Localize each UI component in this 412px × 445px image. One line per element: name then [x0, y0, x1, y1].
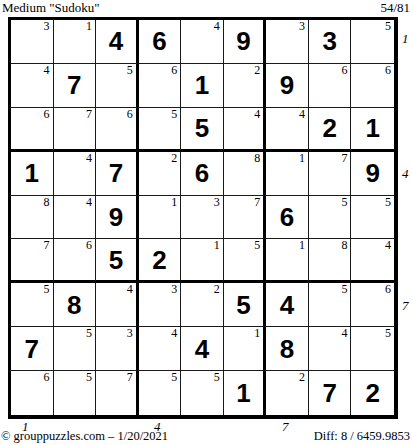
pencil-mark: 7 — [86, 108, 92, 122]
pencil-mark: 5 — [127, 64, 133, 78]
cell-r4c2[interactable]: 4 — [54, 152, 97, 196]
cell-r1c7[interactable]: 3 — [266, 20, 309, 64]
pencil-mark: 3 — [44, 20, 50, 34]
cell-r4c6[interactable]: 8 — [224, 152, 267, 196]
pencil-mark: 6 — [341, 64, 347, 78]
cell-r1c8[interactable]: 3 — [309, 20, 352, 64]
cell-r1c5[interactable]: 4 — [181, 20, 224, 64]
cell-r9c8[interactable]: 7 — [309, 371, 352, 415]
pencil-mark: 5 — [44, 283, 50, 297]
solved-digit: 7 — [25, 336, 39, 362]
cell-r3c7[interactable]: 4 — [266, 108, 309, 152]
pencil-mark: 6 — [385, 64, 391, 78]
pencil-mark: 1 — [86, 20, 92, 34]
cell-r4c8[interactable]: 7 — [309, 152, 352, 196]
cell-r5c8[interactable]: 5 — [309, 196, 352, 240]
col-marker-7: 7 — [282, 419, 289, 435]
solved-digit: 2 — [152, 247, 166, 273]
cell-r7c7[interactable]: 4 — [266, 283, 309, 327]
difficulty-text: Diff: 8 / 6459.9853 — [314, 429, 410, 444]
cell-r6c2[interactable]: 6 — [54, 239, 97, 283]
pencil-mark: 6 — [127, 108, 133, 122]
cell-r6c7[interactable]: 1 — [266, 239, 309, 283]
solved-digit: 8 — [67, 292, 81, 318]
pencil-mark: 4 — [127, 283, 133, 297]
cell-r8c9[interactable]: 5 — [351, 327, 394, 371]
pencil-mark: 7 — [254, 196, 260, 210]
pencil-mark: 6 — [44, 371, 50, 385]
pencil-mark: 5 — [341, 196, 347, 210]
solved-digit: 7 — [67, 72, 81, 98]
cell-r6c8[interactable]: 8 — [309, 239, 352, 283]
cell-r1c4[interactable]: 6 — [139, 20, 182, 64]
pencil-mark: 6 — [171, 64, 177, 78]
cell-r5c1[interactable]: 8 — [11, 196, 54, 240]
cell-r7c1[interactable]: 5 — [11, 283, 54, 327]
pencil-mark: 5 — [86, 327, 92, 341]
cell-r3c9[interactable]: 1 — [351, 108, 394, 152]
pencil-mark: 6 — [86, 239, 92, 253]
solved-digit: 1 — [236, 380, 250, 406]
cell-r7c2[interactable]: 8 — [54, 283, 97, 327]
row-marker-7: 7 — [402, 298, 412, 314]
sudoku-board: 3146493354756129666765544211472681798491… — [8, 17, 398, 419]
sudoku-page: Medium "Sudoku" 54/81 314649335475612966… — [0, 0, 412, 445]
solved-digit: 2 — [365, 380, 379, 406]
pencil-mark: 6 — [44, 108, 50, 122]
copyright-text: © grouppuzzles.com – 1/20/2021 — [1, 429, 168, 444]
pencil-mark: 5 — [171, 371, 177, 385]
cell-r9c7[interactable]: 2 — [266, 371, 309, 415]
solved-digit: 9 — [365, 160, 379, 186]
pencil-mark: 5 — [385, 327, 391, 341]
cell-r6c5[interactable]: 1 — [181, 239, 224, 283]
solved-digit: 9 — [280, 72, 294, 98]
solved-digit: 5 — [195, 115, 209, 141]
cell-r7c5[interactable]: 2 — [181, 283, 224, 327]
pencil-mark: 5 — [254, 239, 260, 253]
cell-r9c5[interactable]: 5 — [181, 371, 224, 415]
pencil-mark: 8 — [341, 239, 347, 253]
cell-r2c2[interactable]: 7 — [54, 64, 97, 108]
cell-r6c1[interactable]: 7 — [11, 239, 54, 283]
row-marker-4: 4 — [402, 166, 412, 182]
cell-r3c1[interactable]: 6 — [11, 108, 54, 152]
cell-r4c7[interactable]: 1 — [266, 152, 309, 196]
cell-r4c3[interactable]: 7 — [96, 152, 139, 196]
solved-digit: 1 — [25, 160, 39, 186]
solved-digit: 4 — [195, 336, 209, 362]
pencil-mark: 2 — [171, 152, 177, 166]
pencil-mark: 3 — [171, 283, 177, 297]
cell-r1c3[interactable]: 4 — [96, 20, 139, 64]
pencil-mark: 6 — [385, 283, 391, 297]
pencil-mark: 5 — [214, 371, 220, 385]
cell-r2c3[interactable]: 5 — [96, 64, 139, 108]
cell-r3c3[interactable]: 6 — [96, 108, 139, 152]
cell-r8c6[interactable]: 1 — [224, 327, 267, 371]
pencil-mark: 5 — [385, 20, 391, 34]
pencil-mark: 8 — [254, 152, 260, 166]
puzzle-title: Medium "Sudoku" — [2, 0, 100, 16]
pencil-mark: 5 — [385, 196, 391, 210]
cell-r3c6[interactable]: 4 — [224, 108, 267, 152]
cell-r9c1[interactable]: 6 — [11, 371, 54, 415]
cell-r5c3[interactable]: 9 — [96, 196, 139, 240]
cell-r8c4[interactable]: 4 — [139, 327, 182, 371]
pencil-mark: 1 — [299, 152, 305, 166]
pencil-mark: 2 — [214, 283, 220, 297]
solved-digit: 7 — [322, 380, 336, 406]
pencil-mark: 4 — [44, 64, 50, 78]
cell-r9c2[interactable]: 5 — [54, 371, 97, 415]
cell-r8c5[interactable]: 4 — [181, 327, 224, 371]
cell-r4c5[interactable]: 6 — [181, 152, 224, 196]
cell-r7c3[interactable]: 4 — [96, 283, 139, 327]
cell-r7c6[interactable]: 5 — [224, 283, 267, 327]
pencil-mark: 7 — [341, 152, 347, 166]
cell-r1c9[interactable]: 5 — [351, 20, 394, 64]
pencil-mark: 1 — [214, 239, 220, 253]
cell-r8c8[interactable]: 4 — [309, 327, 352, 371]
solved-digit: 9 — [109, 204, 123, 230]
pencil-mark: 4 — [86, 196, 92, 210]
cell-r2c8[interactable]: 6 — [309, 64, 352, 108]
pencil-mark: 4 — [254, 108, 260, 122]
cell-r5c5[interactable]: 3 — [181, 196, 224, 240]
cell-r5c7[interactable]: 6 — [266, 196, 309, 240]
solved-digit: 5 — [236, 292, 250, 318]
solved-digit: 8 — [280, 336, 294, 362]
cell-r6c9[interactable]: 4 — [351, 239, 394, 283]
solved-digit: 3 — [322, 28, 336, 54]
cell-r7c4[interactable]: 3 — [139, 283, 182, 327]
cell-r1c1[interactable]: 3 — [11, 20, 54, 64]
pencil-mark: 3 — [214, 196, 220, 210]
pencil-mark: 4 — [86, 152, 92, 166]
cell-r2c5[interactable]: 1 — [181, 64, 224, 108]
cells-remaining-counter: 54/81 — [380, 0, 410, 16]
cell-r9c9[interactable]: 2 — [351, 371, 394, 415]
solved-digit: 6 — [280, 204, 294, 230]
cell-r6c4[interactable]: 2 — [139, 239, 182, 283]
cell-r8c7[interactable]: 8 — [266, 327, 309, 371]
cell-r9c6[interactable]: 1 — [224, 371, 267, 415]
solved-digit: 4 — [280, 292, 294, 318]
cell-r3c2[interactable]: 7 — [54, 108, 97, 152]
pencil-mark: 1 — [171, 196, 177, 210]
cell-r4c9[interactable]: 9 — [351, 152, 394, 196]
cell-r3c4[interactable]: 5 — [139, 108, 182, 152]
solved-digit: 1 — [365, 115, 379, 141]
pencil-mark: 4 — [341, 327, 347, 341]
pencil-mark: 3 — [299, 20, 305, 34]
solved-digit: 1 — [195, 72, 209, 98]
cell-r6c6[interactable]: 5 — [224, 239, 267, 283]
pencil-mark: 5 — [341, 283, 347, 297]
pencil-mark: 2 — [254, 64, 260, 78]
cell-r1c6[interactable]: 9 — [224, 20, 267, 64]
cell-r1c2[interactable]: 1 — [54, 20, 97, 64]
cell-r5c2[interactable]: 4 — [54, 196, 97, 240]
cell-r7c8[interactable]: 5 — [309, 283, 352, 327]
row-marker-1: 1 — [402, 31, 412, 47]
cell-r2c7[interactable]: 9 — [266, 64, 309, 108]
pencil-mark: 4 — [299, 108, 305, 122]
solved-digit: 5 — [109, 247, 123, 273]
solved-digit: 6 — [195, 160, 209, 186]
pencil-mark: 7 — [127, 371, 133, 385]
pencil-mark: 7 — [44, 239, 50, 253]
cell-r5c6[interactable]: 7 — [224, 196, 267, 240]
cell-r3c5[interactable]: 5 — [181, 108, 224, 152]
pencil-mark: 4 — [214, 20, 220, 34]
cell-r3c8[interactable]: 2 — [309, 108, 352, 152]
cell-r4c4[interactable]: 2 — [139, 152, 182, 196]
cell-r2c9[interactable]: 6 — [351, 64, 394, 108]
pencil-mark: 5 — [171, 108, 177, 122]
solved-digit: 4 — [109, 28, 123, 54]
cell-r8c1[interactable]: 7 — [11, 327, 54, 371]
solved-digit: 9 — [236, 28, 250, 54]
pencil-mark: 8 — [44, 196, 50, 210]
cell-r9c4[interactable]: 5 — [139, 371, 182, 415]
solved-digit: 2 — [322, 115, 336, 141]
pencil-mark: 3 — [127, 327, 133, 341]
cell-r5c4[interactable]: 1 — [139, 196, 182, 240]
pencil-mark: 4 — [385, 239, 391, 253]
cell-r6c3[interactable]: 5 — [96, 239, 139, 283]
pencil-mark: 1 — [254, 327, 260, 341]
pencil-mark: 4 — [171, 327, 177, 341]
cell-r8c3[interactable]: 3 — [96, 327, 139, 371]
pencil-mark: 2 — [299, 371, 305, 385]
cell-r5c9[interactable]: 5 — [351, 196, 394, 240]
cell-r8c2[interactable]: 5 — [54, 327, 97, 371]
cell-r2c6[interactable]: 2 — [224, 64, 267, 108]
cell-r2c1[interactable]: 4 — [11, 64, 54, 108]
solved-digit: 6 — [152, 28, 166, 54]
solved-digit: 7 — [109, 160, 123, 186]
cell-r4c1[interactable]: 1 — [11, 152, 54, 196]
cell-r9c3[interactable]: 7 — [96, 371, 139, 415]
cell-r2c4[interactable]: 6 — [139, 64, 182, 108]
cell-r7c9[interactable]: 6 — [351, 283, 394, 327]
pencil-mark: 5 — [86, 371, 92, 385]
pencil-mark: 1 — [299, 239, 305, 253]
